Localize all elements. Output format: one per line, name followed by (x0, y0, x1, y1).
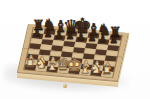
clasp-icon (63, 84, 67, 88)
chess-board (17, 24, 129, 81)
board-square (101, 71, 113, 77)
product-photo: ♜♞♝♛♚♝♞♜♟♟♟♟♟♟♟♟♟♟♟♟♟♟♟♟♜♞♝♛♚♝♞♜ (0, 0, 150, 99)
